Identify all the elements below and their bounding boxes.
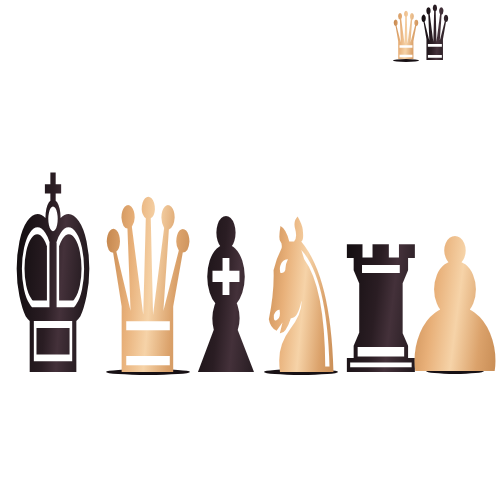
chess-set-product-photo: ♚ ♛ ♝ ♞ ♜ ♟ ♛ ♛ bbox=[0, 0, 500, 500]
inset-black-queen-piece: ♛ bbox=[417, 0, 452, 72]
black-king-piece: ♚ bbox=[6, 141, 99, 414]
light-pawn-piece: ♟ bbox=[394, 215, 500, 400]
